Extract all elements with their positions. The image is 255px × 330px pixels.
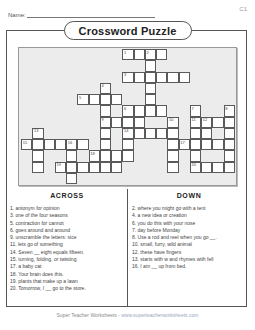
grid-cell[interactable]	[145, 128, 156, 139]
grid-cell[interactable]	[100, 150, 111, 161]
grid-cell[interactable]	[224, 139, 235, 150]
grid-cell[interactable]	[122, 150, 133, 161]
clue-item: 2. where you might go with a tent	[132, 205, 246, 212]
grid-cell[interactable]	[190, 128, 201, 139]
grid-cell[interactable]	[145, 94, 156, 105]
grid-cell[interactable]	[156, 128, 167, 139]
down-list: 2. where you might go with a tent4. a ne…	[132, 205, 246, 271]
clue-number: 1	[124, 50, 126, 55]
grid-cell[interactable]	[201, 128, 212, 139]
clue-item: 6. goes around and around	[10, 227, 124, 234]
clue-item: 7. day before Monday	[132, 227, 246, 234]
down-section: DOWN 2. where you might go with a tent4.…	[132, 192, 246, 271]
grid-cell[interactable]	[122, 117, 133, 128]
grid-cell[interactable]	[134, 128, 145, 139]
grid-cell[interactable]	[32, 150, 43, 161]
grid-cell[interactable]: 20	[190, 162, 201, 173]
grid-cell[interactable]	[134, 49, 145, 60]
grid-cell[interactable]	[111, 162, 122, 173]
grid-cell[interactable]	[77, 162, 88, 173]
clue-item: 20. Tomorrow, I __ go to the store.	[10, 285, 124, 292]
clue-item: 11. lets go of something	[10, 241, 124, 248]
clue-number: 3	[124, 72, 126, 77]
clue-item: 1. antonym for opinion	[10, 205, 124, 212]
grid-cell[interactable]	[111, 150, 122, 161]
clue-number: 2	[147, 50, 149, 55]
across-section: ACROSS 1. antonym for opinion3. one of t…	[10, 192, 124, 293]
grid-cell[interactable]: 6	[122, 105, 133, 116]
grid-cell[interactable]: 3	[122, 72, 133, 83]
grid-cell[interactable]	[134, 117, 145, 128]
grid-cell[interactable]: 1	[122, 49, 133, 60]
grid-cell[interactable]	[212, 139, 223, 150]
grid-cell[interactable]	[32, 162, 43, 173]
clue-item: 9. unscramble the letters: sice	[10, 234, 124, 241]
clue-item: 8. Use a rod and reel when you go __.	[132, 234, 246, 241]
clue-item: 3. one of the four seasons	[10, 212, 124, 219]
grid-cell[interactable]	[145, 83, 156, 94]
clue-number: 18	[90, 151, 94, 156]
grid-cell[interactable]	[145, 105, 156, 116]
clue-item: 18. Your brain does this.	[10, 271, 124, 278]
clue-number: 12	[203, 117, 207, 122]
grid-cell[interactable]	[44, 139, 55, 150]
grid-cell[interactable]: 16	[66, 139, 77, 150]
grid-cell[interactable]	[100, 162, 111, 173]
clue-item: 17. a baby cat	[10, 263, 124, 270]
clue-item: 5. contraction for cannot	[10, 220, 124, 227]
clue-item: 12. these have fingers	[132, 249, 246, 256]
clue-item: 6. you do this with your nose	[132, 220, 246, 227]
clue-number: 9	[102, 117, 104, 122]
grid-cell[interactable]: 19	[55, 162, 66, 173]
footer-brand: Super Teacher Worksheets	[57, 312, 117, 318]
grid-cell[interactable]	[100, 94, 111, 105]
across-heading: ACROSS	[10, 192, 124, 199]
grid-cell[interactable]: 7	[190, 105, 201, 116]
clue-number: 4	[102, 83, 104, 88]
worksheet-page: Name: C1 Crossword Puzzle 12345678910111…	[0, 0, 255, 330]
footer: Super Teacher Worksheets - www.superteac…	[0, 312, 255, 318]
clue-number: 20	[192, 162, 196, 167]
grid-cell[interactable]	[145, 60, 156, 71]
clue-number: 11	[192, 117, 196, 122]
grid-cell[interactable]	[212, 117, 223, 128]
grid-cell[interactable]: 11	[190, 117, 201, 128]
grid-cell[interactable]: 15	[21, 139, 32, 150]
grid-cell[interactable]: 5	[77, 94, 88, 105]
grid-cell[interactable]	[167, 150, 178, 161]
clue-number: 10	[169, 117, 173, 122]
clue-number: 6	[124, 106, 126, 111]
grid-cell[interactable]	[156, 105, 167, 116]
grid-cell[interactable]	[224, 150, 235, 161]
grid-cell[interactable]	[111, 117, 122, 128]
grid-cell[interactable]	[190, 150, 201, 161]
grid-cell[interactable]	[89, 94, 100, 105]
page-title: Crossword Puzzle	[64, 21, 192, 40]
clue-item: 15. turning, folding, or twisting	[10, 256, 124, 263]
grid-cell[interactable]: 4	[100, 83, 111, 94]
clue-item: 4. a new idea or creation	[132, 212, 246, 219]
clue-item: 13. starts with w and rhymes with fell	[132, 256, 246, 263]
grid-cell[interactable]	[134, 72, 145, 83]
grid-cell[interactable]	[32, 139, 43, 150]
grid-cell[interactable]	[66, 150, 77, 161]
grid-cell[interactable]	[66, 162, 77, 173]
grid-cell[interactable]	[156, 72, 167, 83]
grid-cell[interactable]	[100, 139, 111, 150]
clue-column-divider	[127, 189, 128, 307]
clue-number: 19	[57, 162, 61, 167]
clue-number: 13	[34, 128, 38, 133]
grid-cell[interactable]	[212, 162, 223, 173]
grid-cell[interactable]	[224, 162, 235, 173]
grid-cell[interactable]	[201, 139, 212, 150]
clue-number: 7	[192, 106, 194, 111]
grid-cell[interactable]	[134, 105, 145, 116]
clue-number: 15	[23, 140, 27, 145]
clue-item: 14. Seven __ eight equals fifteen.	[10, 249, 124, 256]
across-list: 1. antonym for opinion3. one of the four…	[10, 205, 124, 293]
grid-cell[interactable]	[167, 128, 178, 139]
grid-cell[interactable]	[100, 105, 111, 116]
crossword-grid-panel: 1234567891011121314151617181920	[18, 47, 237, 186]
clue-number: 8	[225, 106, 227, 111]
clue-number: 17	[180, 140, 184, 145]
grid-cell[interactable]	[190, 139, 201, 150]
grid-cell[interactable]	[167, 139, 178, 150]
clue-number: 16	[68, 140, 72, 145]
footer-url: www.superteacherworksheets.com	[121, 312, 198, 318]
clue-number: 14	[124, 128, 128, 133]
clue-item: 19. plants that make up a lawn	[10, 278, 124, 285]
grid-cell[interactable]: 2	[145, 49, 156, 60]
down-heading: DOWN	[132, 192, 246, 199]
clue-number: 5	[79, 95, 81, 100]
name-input-line[interactable]	[27, 10, 155, 18]
grid-cell[interactable]	[55, 139, 66, 150]
grid-cell[interactable]	[111, 94, 122, 105]
grid-cell[interactable]	[179, 72, 190, 83]
grid-cell[interactable]: 12	[201, 117, 212, 128]
grid-cell[interactable]	[145, 72, 156, 83]
grid-cell[interactable]	[100, 128, 111, 139]
grid-cell[interactable]	[122, 139, 133, 150]
crossword-grid: 1234567891011121314151617181920	[21, 49, 235, 184]
grid-cell[interactable]	[224, 117, 235, 128]
clue-item: 10. small, furry, wild animal	[132, 241, 246, 248]
grid-cell[interactable]: 17	[179, 139, 190, 150]
name-row: Name:	[8, 10, 155, 18]
grid-cell[interactable]	[156, 49, 167, 60]
grid-cell[interactable]	[224, 128, 235, 139]
grid-cell[interactable]	[201, 162, 212, 173]
grid-cell[interactable]	[89, 162, 100, 173]
grid-cell[interactable]: 8	[224, 105, 235, 116]
grid-cell[interactable]: 14	[122, 128, 133, 139]
grid-cell[interactable]	[66, 173, 77, 184]
name-label: Name:	[8, 12, 26, 18]
clue-item: 16. I am __ up from bed.	[132, 263, 246, 270]
worksheet-code: C1	[239, 6, 247, 12]
grid-cell[interactable]	[167, 72, 178, 83]
grid-cell[interactable]: 13	[32, 128, 43, 139]
grid-cell[interactable]	[77, 139, 88, 150]
grid-cell[interactable]: 10	[167, 117, 178, 128]
grid-cell[interactable]	[167, 162, 178, 173]
grid-cell[interactable]: 9	[100, 117, 111, 128]
grid-cell[interactable]: 18	[89, 150, 100, 161]
